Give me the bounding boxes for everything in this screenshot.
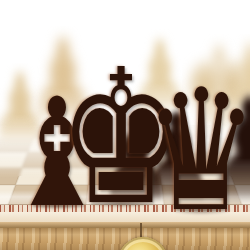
pieces-layer: ♟♟♟♚♟♟♟♟♝♚♛ (0, 0, 250, 250)
dark-queen: ♛ (145, 67, 250, 235)
chess-set-photo: ♟♟♟♚♟♟♟♟♝♚♛ (0, 0, 250, 250)
